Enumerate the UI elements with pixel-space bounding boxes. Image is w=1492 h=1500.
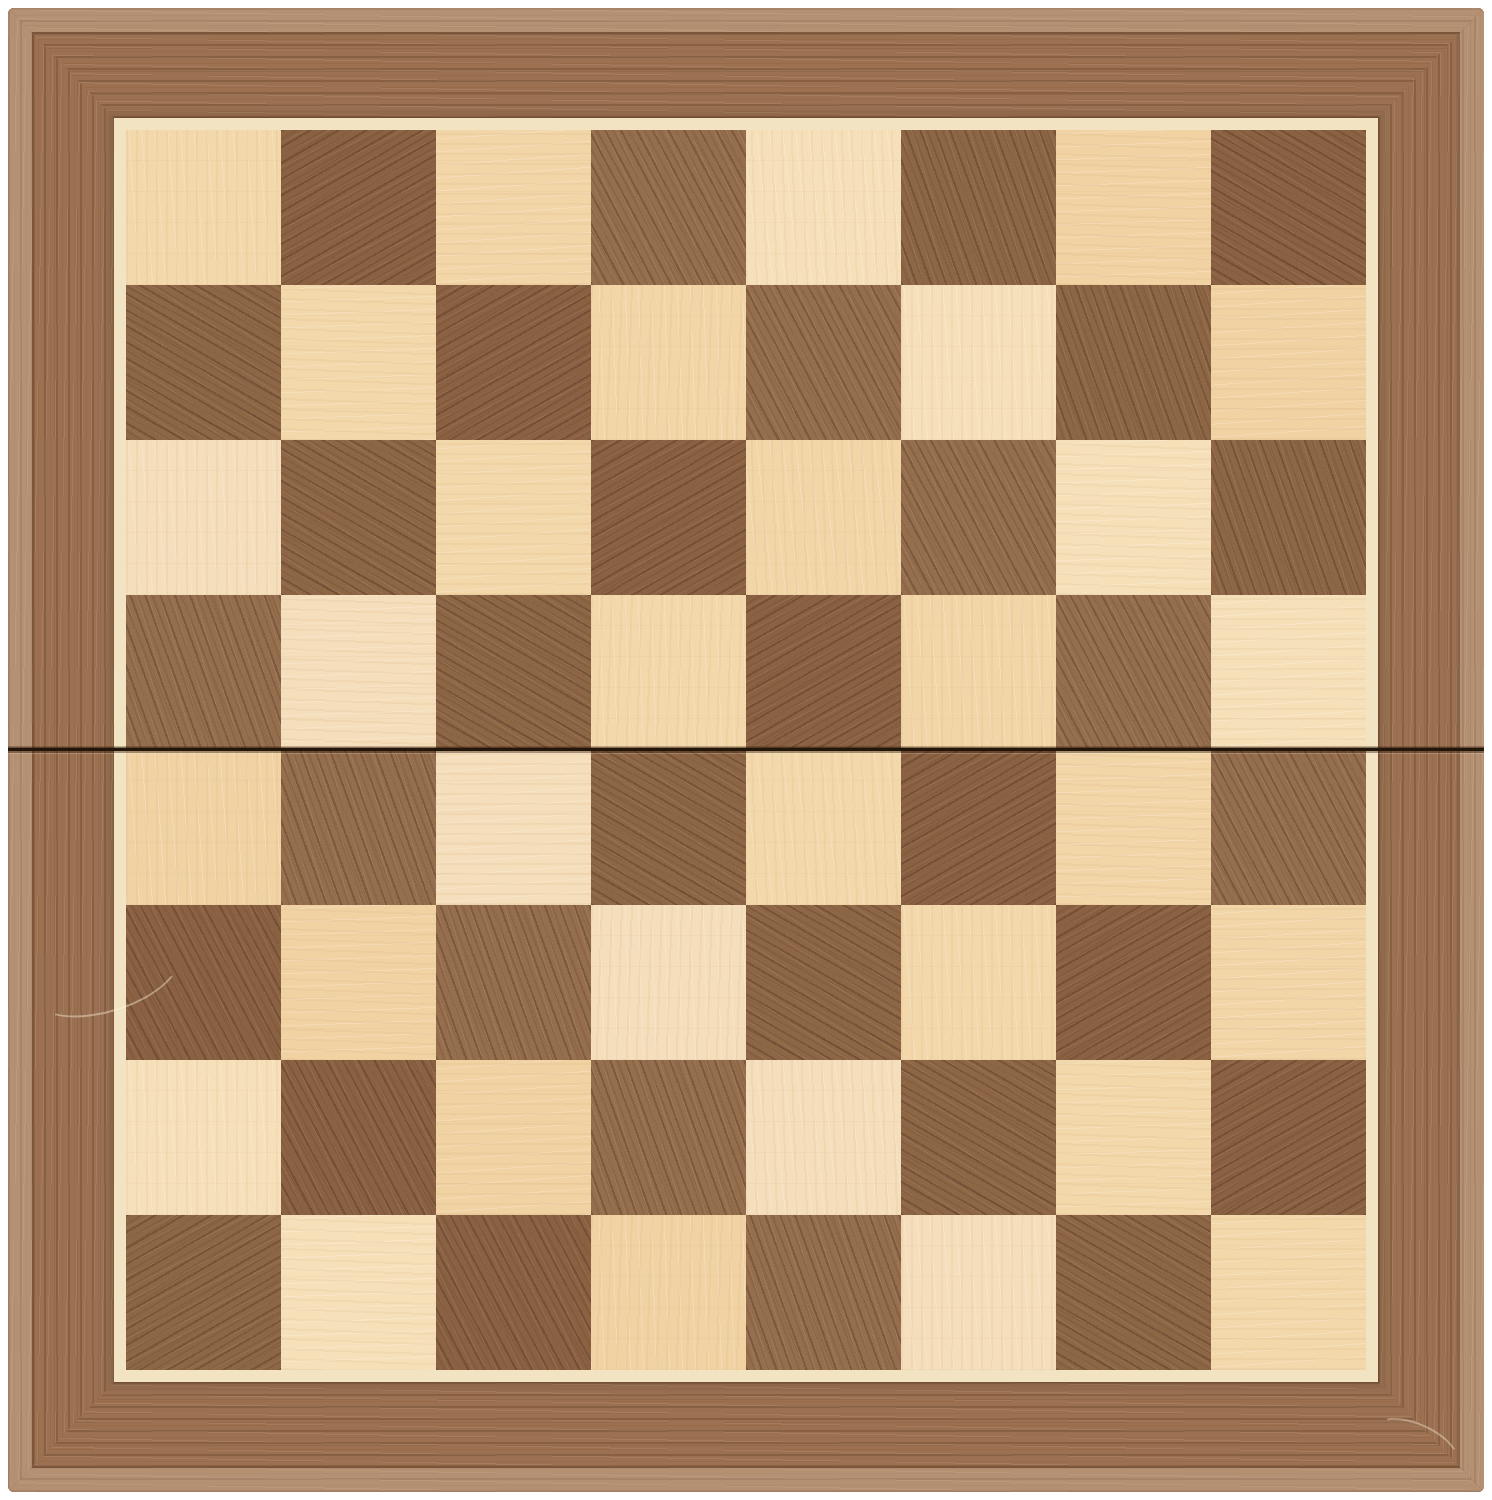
square-d4 [591,750,746,905]
square-c6 [436,440,591,595]
square-f4 [901,750,1056,905]
square-h8 [1211,130,1366,285]
square-g4 [1056,750,1211,905]
square-g8 [1056,130,1211,285]
square-a6 [126,440,281,595]
square-b2 [281,1060,436,1215]
square-c2 [436,1060,591,1215]
square-d7 [591,285,746,440]
square-c1 [436,1215,591,1370]
square-f1 [901,1215,1056,1370]
square-c3 [436,905,591,1060]
square-h3 [1211,905,1366,1060]
square-b7 [281,285,436,440]
square-f8 [901,130,1056,285]
square-c5 [436,595,591,750]
square-h7 [1211,285,1366,440]
board-frame-bottom [8,1382,1484,1492]
square-a7 [126,285,281,440]
square-b5 [281,595,436,750]
square-d2 [591,1060,746,1215]
square-e1 [746,1215,901,1370]
square-h5 [1211,595,1366,750]
square-g5 [1056,595,1211,750]
square-e7 [746,285,901,440]
square-b6 [281,440,436,595]
square-g3 [1056,905,1211,1060]
square-a2 [126,1060,281,1215]
square-a8 [126,130,281,285]
square-e5 [746,595,901,750]
square-c8 [436,130,591,285]
square-b3 [281,905,436,1060]
square-d6 [591,440,746,595]
square-g7 [1056,285,1211,440]
square-c4 [436,750,591,905]
square-f3 [901,905,1056,1060]
square-h1 [1211,1215,1366,1370]
square-a4 [126,750,281,905]
square-d5 [591,595,746,750]
square-e2 [746,1060,901,1215]
board-frame-top [8,8,1484,118]
square-f5 [901,595,1056,750]
square-b1 [281,1215,436,1370]
square-c7 [436,285,591,440]
square-f7 [901,285,1056,440]
square-h2 [1211,1060,1366,1215]
square-g2 [1056,1060,1211,1215]
chess-board [8,8,1484,1492]
square-a5 [126,595,281,750]
square-g1 [1056,1215,1211,1370]
square-b4 [281,750,436,905]
square-f2 [901,1060,1056,1215]
square-h4 [1211,750,1366,905]
square-f6 [901,440,1056,595]
square-b8 [281,130,436,285]
fold-seam [8,747,1484,753]
square-d1 [591,1215,746,1370]
square-a3 [126,905,281,1060]
square-e8 [746,130,901,285]
square-e4 [746,750,901,905]
square-e6 [746,440,901,595]
square-g6 [1056,440,1211,595]
square-d8 [591,130,746,285]
square-d3 [591,905,746,1060]
square-a1 [126,1215,281,1370]
square-h6 [1211,440,1366,595]
square-e3 [746,905,901,1060]
